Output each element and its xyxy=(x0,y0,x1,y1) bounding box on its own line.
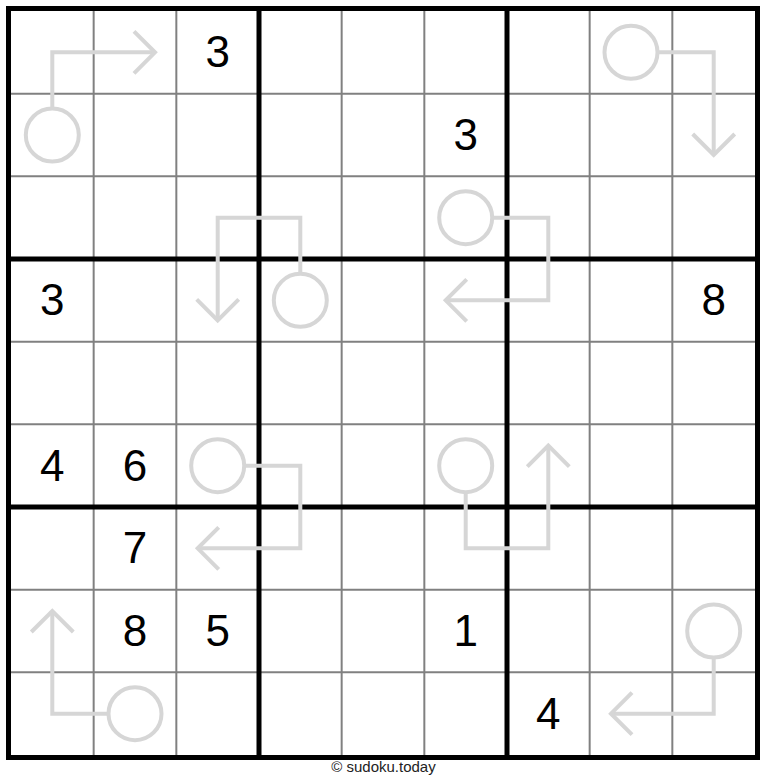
cell-r2c5[interactable] xyxy=(342,94,425,177)
cell-r7c5[interactable] xyxy=(342,507,425,590)
cell-r6c5[interactable] xyxy=(342,424,425,507)
cell-r9c8[interactable] xyxy=(590,672,673,755)
cell-r5c8[interactable] xyxy=(590,342,673,425)
cell-r9c9[interactable] xyxy=(672,672,755,755)
cell-r5c7[interactable] xyxy=(507,342,590,425)
cell-r3c3[interactable] xyxy=(176,176,259,259)
cell-r4c9-given[interactable]: 8 xyxy=(672,259,755,342)
sudoku-board: 33384678514 xyxy=(6,6,760,760)
cell-r8c1[interactable] xyxy=(11,590,94,673)
cell-r4c7[interactable] xyxy=(507,259,590,342)
cell-r1c7[interactable] xyxy=(507,11,590,94)
cell-r5c2[interactable] xyxy=(94,342,177,425)
cell-r2c1[interactable] xyxy=(11,94,94,177)
cell-r6c6[interactable] xyxy=(424,424,507,507)
cell-r8c2-given[interactable]: 8 xyxy=(94,590,177,673)
cell-r5c9[interactable] xyxy=(672,342,755,425)
cell-r7c8[interactable] xyxy=(590,507,673,590)
cell-r1c3-given[interactable]: 3 xyxy=(176,11,259,94)
cell-r2c9[interactable] xyxy=(672,94,755,177)
cell-r8c3-given[interactable]: 5 xyxy=(176,590,259,673)
cell-r4c8[interactable] xyxy=(590,259,673,342)
cell-r1c6[interactable] xyxy=(424,11,507,94)
cell-r9c5[interactable] xyxy=(342,672,425,755)
cell-r8c9[interactable] xyxy=(672,590,755,673)
cell-r1c8[interactable] xyxy=(590,11,673,94)
cell-r2c3[interactable] xyxy=(176,94,259,177)
cell-r2c2[interactable] xyxy=(94,94,177,177)
cell-r4c6[interactable] xyxy=(424,259,507,342)
cell-r7c6[interactable] xyxy=(424,507,507,590)
cell-r8c8[interactable] xyxy=(590,590,673,673)
cell-r6c8[interactable] xyxy=(590,424,673,507)
cell-r7c3[interactable] xyxy=(176,507,259,590)
cell-r6c3[interactable] xyxy=(176,424,259,507)
cell-r5c4[interactable] xyxy=(259,342,342,425)
cell-r7c1[interactable] xyxy=(11,507,94,590)
cell-r4c4[interactable] xyxy=(259,259,342,342)
cell-r9c1[interactable] xyxy=(11,672,94,755)
cell-r8c7[interactable] xyxy=(507,590,590,673)
cell-r3c1[interactable] xyxy=(11,176,94,259)
cells-grid: 33384678514 xyxy=(11,11,755,755)
cell-r2c8[interactable] xyxy=(590,94,673,177)
cell-r9c7-given[interactable]: 4 xyxy=(507,672,590,755)
cell-r4c2[interactable] xyxy=(94,259,177,342)
cell-r3c4[interactable] xyxy=(259,176,342,259)
cell-r7c2-given[interactable]: 7 xyxy=(94,507,177,590)
cell-r6c4[interactable] xyxy=(259,424,342,507)
cell-r3c7[interactable] xyxy=(507,176,590,259)
cell-r8c6-given[interactable]: 1 xyxy=(424,590,507,673)
cell-r7c4[interactable] xyxy=(259,507,342,590)
cell-r1c1[interactable] xyxy=(11,11,94,94)
cell-r6c7[interactable] xyxy=(507,424,590,507)
cell-r2c7[interactable] xyxy=(507,94,590,177)
cell-r5c5[interactable] xyxy=(342,342,425,425)
cell-r7c7[interactable] xyxy=(507,507,590,590)
cell-r3c6[interactable] xyxy=(424,176,507,259)
cell-r1c9[interactable] xyxy=(672,11,755,94)
cell-r3c8[interactable] xyxy=(590,176,673,259)
cell-r2c6-given[interactable]: 3 xyxy=(424,94,507,177)
cell-r3c9[interactable] xyxy=(672,176,755,259)
cell-r1c4[interactable] xyxy=(259,11,342,94)
cell-r5c3[interactable] xyxy=(176,342,259,425)
cell-r1c5[interactable] xyxy=(342,11,425,94)
cell-r4c5[interactable] xyxy=(342,259,425,342)
cell-r8c5[interactable] xyxy=(342,590,425,673)
cell-r3c2[interactable] xyxy=(94,176,177,259)
cell-r6c9[interactable] xyxy=(672,424,755,507)
cell-r3c5[interactable] xyxy=(342,176,425,259)
cell-r1c2[interactable] xyxy=(94,11,177,94)
cell-r6c1-given[interactable]: 4 xyxy=(11,424,94,507)
footer-credit: © sudoku.today xyxy=(0,759,767,777)
cell-r2c4[interactable] xyxy=(259,94,342,177)
cell-r9c4[interactable] xyxy=(259,672,342,755)
cell-r4c1-given[interactable]: 3 xyxy=(11,259,94,342)
cell-r4c3[interactable] xyxy=(176,259,259,342)
cell-r9c2[interactable] xyxy=(94,672,177,755)
cell-r5c1[interactable] xyxy=(11,342,94,425)
cell-r9c6[interactable] xyxy=(424,672,507,755)
arrow-sudoku-page: { "game": "Arrow Sudoku", "board": { "ro… xyxy=(0,0,767,777)
cell-r9c3[interactable] xyxy=(176,672,259,755)
cell-r6c2-given[interactable]: 6 xyxy=(94,424,177,507)
cell-r8c4[interactable] xyxy=(259,590,342,673)
cell-r5c6[interactable] xyxy=(424,342,507,425)
cell-r7c9[interactable] xyxy=(672,507,755,590)
